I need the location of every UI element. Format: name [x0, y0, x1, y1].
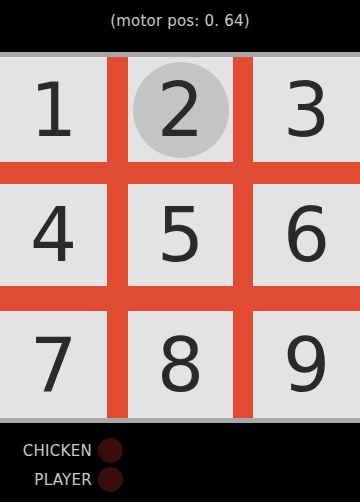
cell-9-label: 9: [283, 328, 330, 402]
player-label: PLAYER: [0, 471, 92, 489]
cell-4-label: 4: [30, 198, 77, 272]
chicken-label: CHICKEN: [0, 442, 92, 460]
cell-3[interactable]: 3: [253, 57, 360, 162]
cell-7-label: 7: [30, 328, 77, 402]
player-status-row: PLAYER: [0, 465, 123, 494]
motor-position-readout: (motor pos: 0. 64): [0, 12, 360, 30]
cell-4[interactable]: 4: [0, 184, 107, 286]
chicken-indicator-light: [98, 438, 123, 463]
cell-2-label: 2: [157, 73, 204, 147]
cell-2[interactable]: 2: [128, 57, 233, 162]
cell-7[interactable]: 7: [0, 311, 107, 418]
cell-6-label: 6: [283, 198, 330, 272]
game-screen: (motor pos: 0. 64) 1 2 3 4 5 6 7 8 9: [0, 0, 360, 502]
cell-8[interactable]: 8: [128, 311, 233, 418]
turn-status-panel: CHICKEN PLAYER: [0, 436, 123, 494]
player-indicator-light: [98, 467, 123, 492]
cell-9[interactable]: 9: [253, 311, 360, 418]
cell-1[interactable]: 1: [0, 57, 107, 162]
cell-5[interactable]: 5: [128, 184, 233, 286]
cell-5-label: 5: [157, 198, 204, 272]
cell-3-label: 3: [283, 73, 330, 147]
cell-6[interactable]: 6: [253, 184, 360, 286]
cell-8-label: 8: [157, 328, 204, 402]
tic-tac-toe-board: 1 2 3 4 5 6 7 8 9: [0, 52, 360, 423]
chicken-status-row: CHICKEN: [0, 436, 123, 465]
cell-1-label: 1: [30, 73, 77, 147]
